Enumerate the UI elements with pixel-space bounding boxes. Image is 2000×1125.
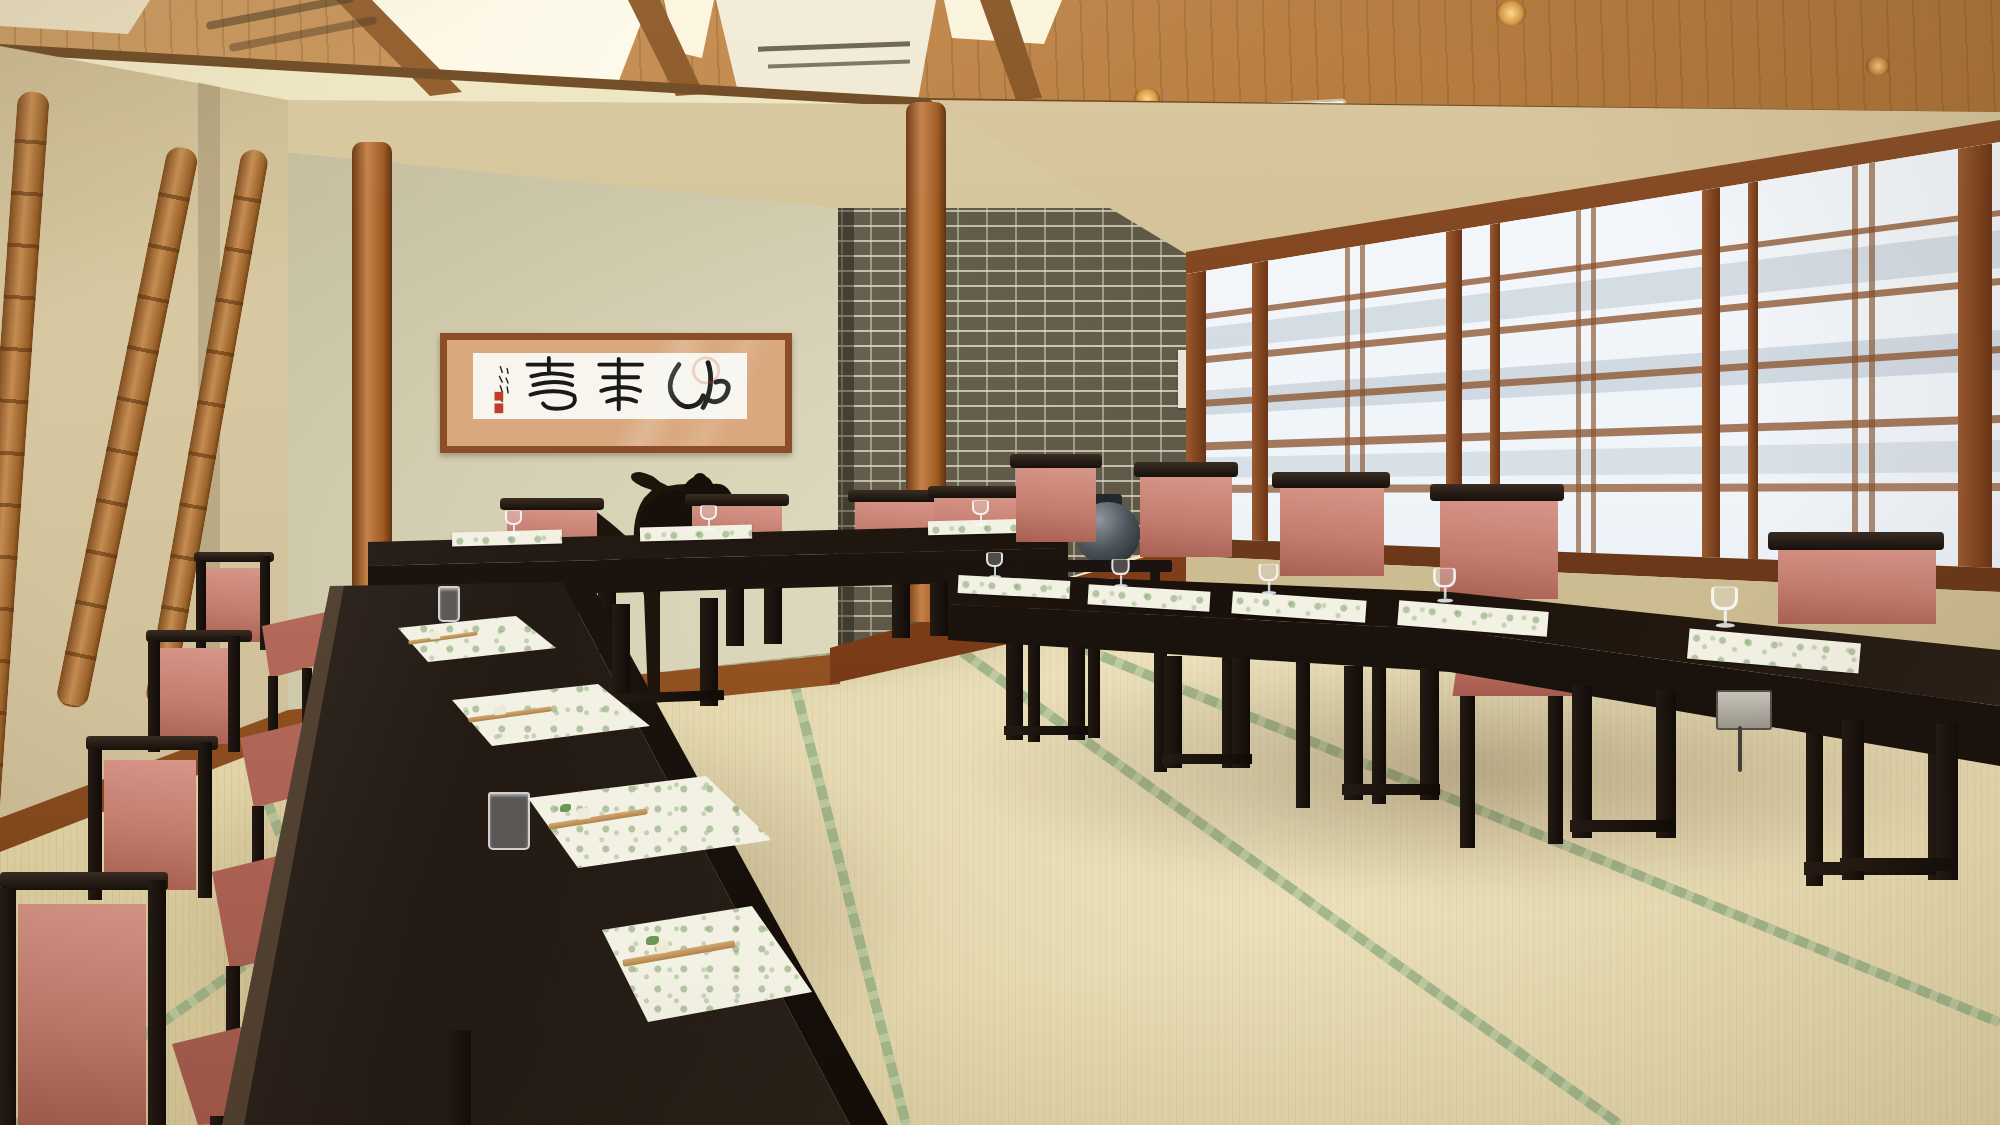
table-leg	[930, 582, 948, 636]
stemmed-glass	[700, 505, 717, 531]
shoji-inner-mullion	[1852, 140, 1858, 570]
glass-bowl	[1111, 559, 1130, 576]
chair-leg	[268, 676, 278, 734]
table-leg	[612, 604, 630, 704]
shoji-inner-mullion	[1869, 140, 1875, 570]
glass-stem	[513, 525, 515, 533]
table-leg	[1936, 724, 1958, 880]
glass-tumbler	[488, 792, 530, 850]
glass-foot	[989, 575, 1001, 578]
glass-foot	[975, 523, 987, 526]
photo-japanese-tatami-dining-room	[0, 0, 2000, 1125]
table-leg	[1344, 666, 1363, 800]
chair-back-rail	[500, 498, 604, 510]
garnish-leaf	[560, 804, 571, 812]
table-leg	[764, 587, 782, 644]
glass-bowl	[1433, 567, 1456, 587]
downlight	[1496, 0, 1526, 26]
stemmed-glass	[1433, 567, 1456, 602]
chair-stile	[0, 888, 16, 1125]
chair-stile	[228, 636, 240, 752]
glass-foot	[1715, 623, 1734, 628]
table-leg	[1572, 686, 1592, 838]
glass-stem	[1267, 581, 1269, 591]
frame-glass-glare	[447, 340, 785, 446]
chopstick-band	[577, 807, 591, 820]
glass-stem	[980, 515, 982, 523]
stemmed-glass	[505, 510, 522, 536]
chair-backrest	[1016, 468, 1096, 542]
chair-backrest	[18, 904, 146, 1125]
glass-stem	[1723, 610, 1726, 623]
chair-stile	[198, 742, 212, 898]
chopstick-band	[429, 630, 440, 639]
table-runner	[1004, 726, 1088, 735]
chair-back-rail	[1430, 484, 1564, 501]
glass-bowl	[986, 552, 1003, 567]
glass-foot	[508, 533, 520, 536]
chair-leg	[1372, 662, 1386, 804]
glass-foot	[703, 528, 715, 531]
glass-bowl	[700, 505, 717, 520]
glass-bowl	[1711, 586, 1738, 610]
glass-foot	[1436, 599, 1452, 603]
stemmed-glass	[1258, 563, 1278, 594]
downlight	[1866, 56, 1890, 76]
garnish-leaf	[646, 936, 659, 945]
table-leg	[892, 583, 910, 638]
chair-back-rail	[928, 486, 1026, 498]
placemat	[640, 525, 752, 542]
table-runner	[1840, 858, 1958, 871]
glass-stem	[1119, 575, 1121, 584]
chair-stile	[148, 880, 166, 1125]
chair-leg	[1548, 696, 1563, 844]
glass-foot	[1261, 591, 1275, 595]
glass-bowl	[505, 510, 522, 525]
chopstick-band	[493, 705, 505, 715]
chair-backrest	[1140, 477, 1232, 557]
shoji-frame-mullion	[1702, 140, 1720, 570]
table-runner	[1162, 754, 1252, 764]
chair-backrest	[1280, 488, 1384, 576]
table-leg	[1656, 690, 1676, 838]
table-runner	[1342, 784, 1440, 795]
glass-foot	[1114, 584, 1127, 587]
glass-tumbler	[438, 586, 460, 622]
chair-back-rail	[1272, 472, 1390, 488]
table-runner	[1570, 820, 1676, 832]
glass-stem	[994, 567, 996, 575]
glass-bowl	[1258, 563, 1278, 581]
glass-bowl	[972, 500, 989, 515]
stemmed-glass	[972, 500, 989, 526]
bear-ear	[693, 473, 707, 487]
shoji-frame-mullion	[1958, 140, 1992, 570]
outlet-cord	[1738, 726, 1742, 772]
table-leg	[1420, 668, 1439, 800]
glass-stem	[708, 520, 710, 528]
table-leg	[445, 1030, 471, 1125]
shoji-frame-mullion	[1748, 140, 1758, 570]
table-leg	[1842, 720, 1864, 880]
stemmed-glass	[986, 552, 1003, 578]
stemmed-glass	[1111, 559, 1130, 588]
chair-backrest	[1778, 550, 1936, 624]
chair-backrest	[1440, 501, 1558, 599]
wood-post-back	[352, 142, 392, 602]
stemmed-glass	[1711, 586, 1738, 628]
chair-back-rail	[0, 872, 168, 890]
chair-back-rail	[1768, 532, 1944, 550]
table-leg	[1232, 658, 1250, 768]
calligraphy-frame	[440, 333, 792, 453]
chair-leg	[1296, 662, 1310, 808]
table-leg	[1164, 656, 1182, 768]
table-outlet-box	[1716, 690, 1772, 730]
chair-back-rail	[1134, 462, 1238, 477]
chair-backrest	[104, 760, 196, 890]
chair-back-rail	[1010, 454, 1102, 468]
chair-backrest	[160, 648, 228, 744]
chair-leg	[1460, 696, 1475, 848]
glass-stem	[1443, 588, 1446, 599]
table-leg	[726, 588, 744, 646]
